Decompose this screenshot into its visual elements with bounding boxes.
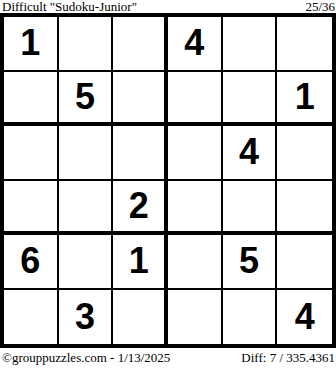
puzzle-title: Difficult "Sudoku-Junior" [2,0,137,13]
cell-r6c4[interactable] [168,290,223,345]
given-digit: 4 [239,134,259,170]
cell-r2c2[interactable]: 5 [59,72,114,127]
cell-r2c1[interactable] [4,72,59,127]
given-digit: 4 [184,25,204,61]
footer-bar: ©grouppuzzles.com - 1/13/2025 Diff: 7 / … [2,351,335,369]
cell-r5c1[interactable]: 6 [4,235,59,290]
header-bar: Difficult "Sudoku-Junior" 25/36 [2,0,335,13]
given-digit: 2 [129,188,149,224]
cell-r5c6[interactable] [277,235,332,290]
cell-r1c4[interactable]: 4 [168,17,223,72]
cell-r3c1[interactable] [4,126,59,181]
cell-r2c6[interactable]: 1 [277,72,332,127]
given-digit: 5 [239,243,259,279]
cell-r6c6[interactable]: 4 [277,290,332,345]
cell-r1c1[interactable]: 1 [4,17,59,72]
copyright-text: ©grouppuzzles.com - 1/13/2025 [2,351,170,365]
cell-r4c5[interactable] [223,181,278,236]
given-digit: 4 [295,299,315,335]
clue-count: 25/36 [305,0,335,13]
cell-r5c3[interactable]: 1 [113,235,168,290]
cell-r3c2[interactable] [59,126,114,181]
given-digit: 1 [20,25,40,61]
cell-r3c3[interactable] [113,126,168,181]
cell-r5c5[interactable]: 5 [223,235,278,290]
sudoku-board: 14514261534 [0,13,336,348]
cell-r1c2[interactable] [59,17,114,72]
given-digit: 3 [75,299,95,335]
cell-r5c2[interactable] [59,235,114,290]
given-digit: 6 [20,243,40,279]
cell-r4c3[interactable]: 2 [113,181,168,236]
cell-r1c3[interactable] [113,17,168,72]
cell-r5c4[interactable] [168,235,223,290]
cell-r6c3[interactable] [113,290,168,345]
cell-r1c6[interactable] [277,17,332,72]
cell-r4c2[interactable] [59,181,114,236]
cell-r1c5[interactable] [223,17,278,72]
cell-r4c4[interactable] [168,181,223,236]
cell-r6c1[interactable] [4,290,59,345]
cell-r4c6[interactable] [277,181,332,236]
cell-r3c4[interactable] [168,126,223,181]
cell-r2c3[interactable] [113,72,168,127]
cell-r6c5[interactable] [223,290,278,345]
cell-r4c1[interactable] [4,181,59,236]
cell-r3c6[interactable] [277,126,332,181]
difficulty-text: Diff: 7 / 335.4361 [241,351,335,365]
cell-r6c2[interactable]: 3 [59,290,114,345]
given-digit: 1 [295,79,315,115]
given-digit: 5 [75,79,95,115]
cell-r2c5[interactable] [223,72,278,127]
cell-r2c4[interactable] [168,72,223,127]
given-digit: 1 [129,243,149,279]
cell-r3c5[interactable]: 4 [223,126,278,181]
